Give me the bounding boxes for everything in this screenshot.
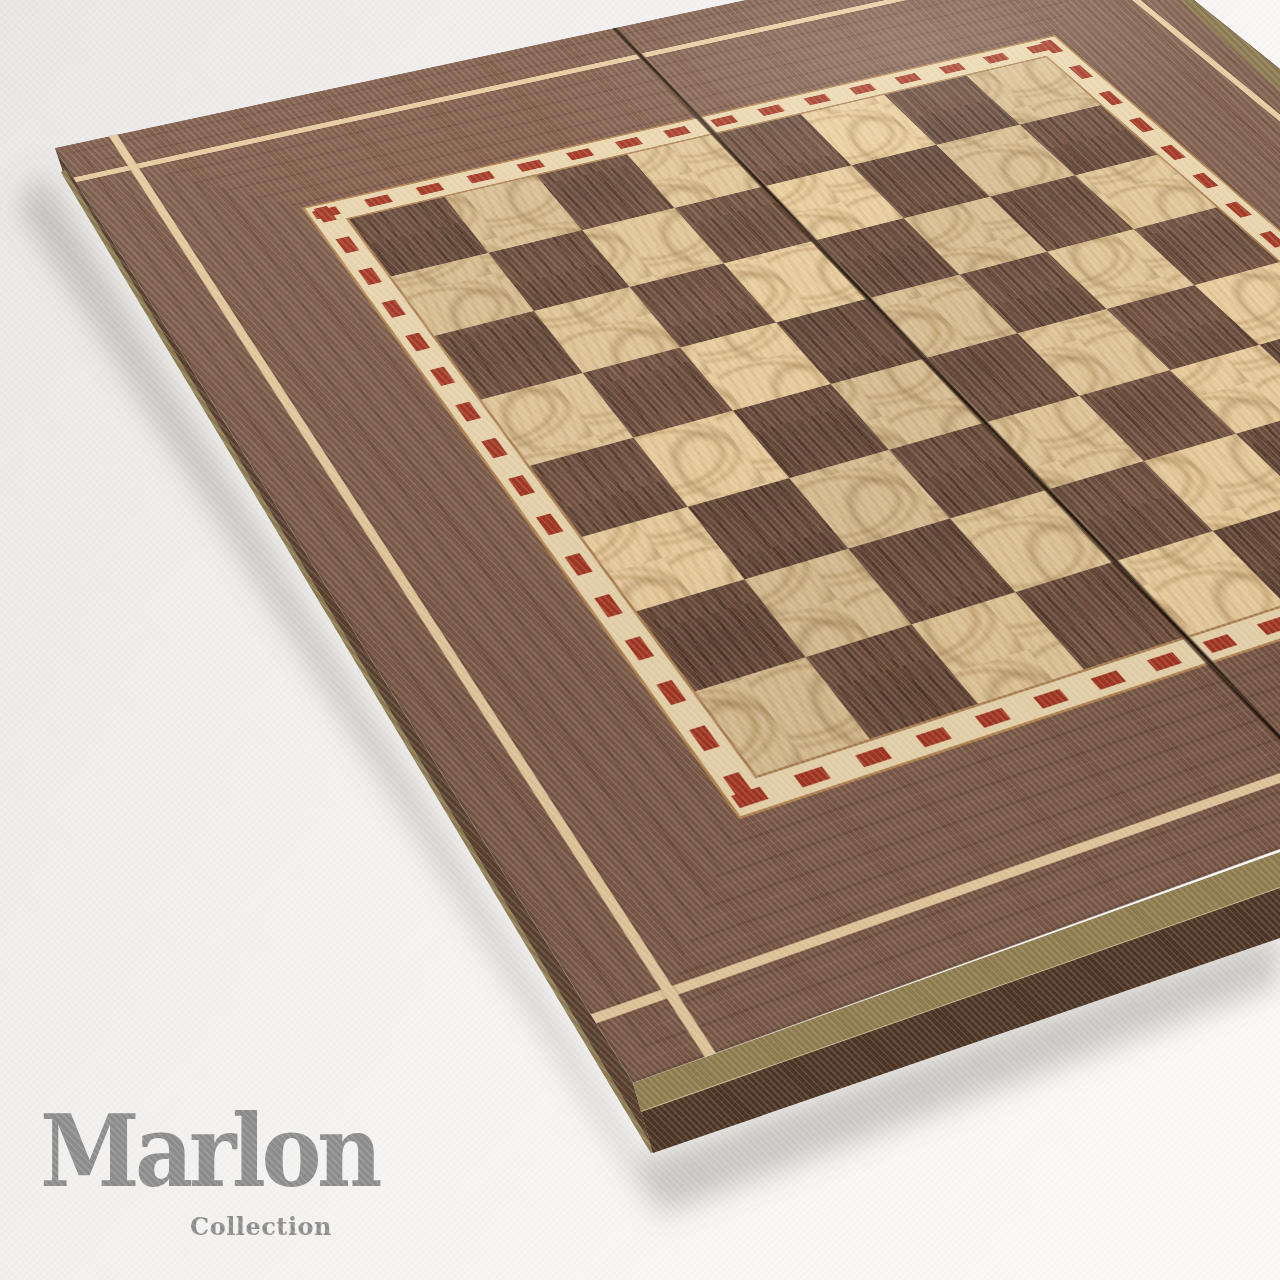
photo-canvas: Marlon Collection [0, 0, 1280, 1280]
brand-logo: Marlon Collection [40, 1100, 340, 1241]
brand-subtitle: Collection [40, 1212, 332, 1241]
brand-name: Marlon [40, 1100, 310, 1202]
chess-board [55, 0, 1280, 1083]
